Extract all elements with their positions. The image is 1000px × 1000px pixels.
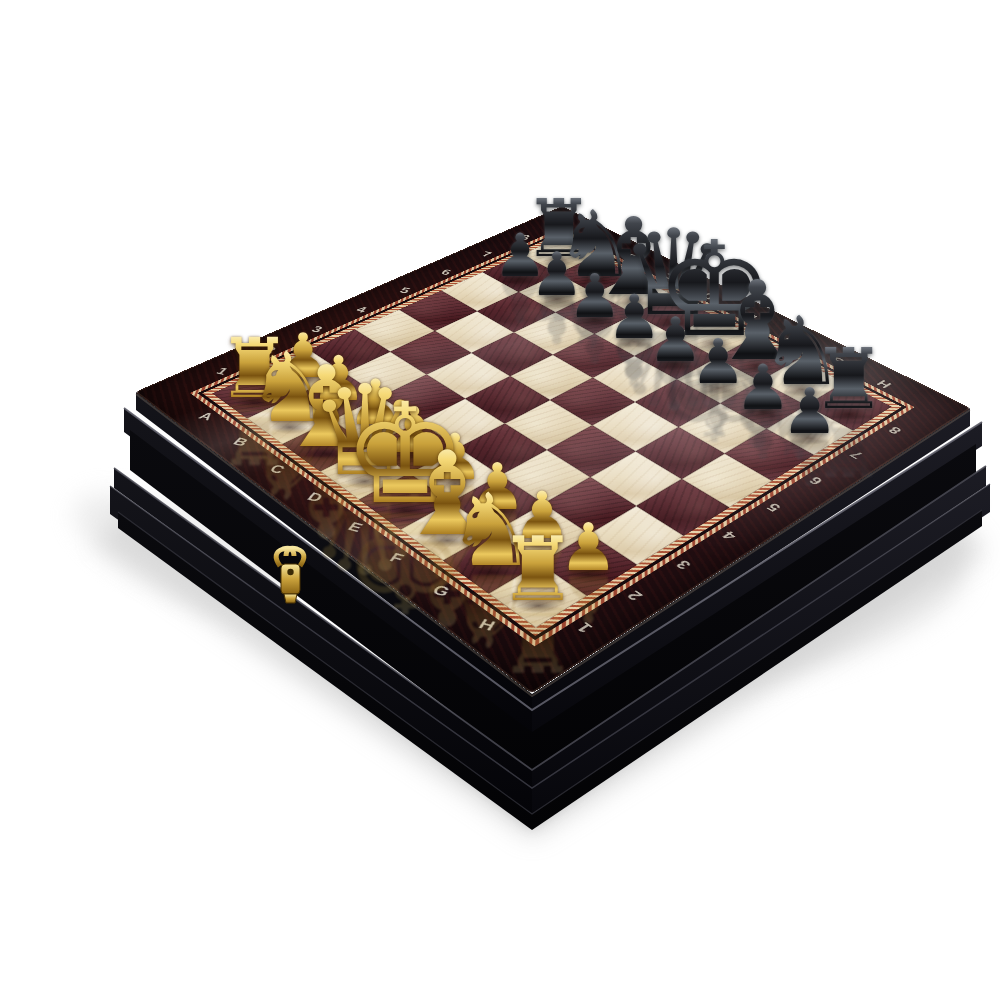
scene: AABBCCDDEEFFGGHH1122334455667788 ♜♜♞♞♝♝♛… — [0, 0, 1000, 1000]
